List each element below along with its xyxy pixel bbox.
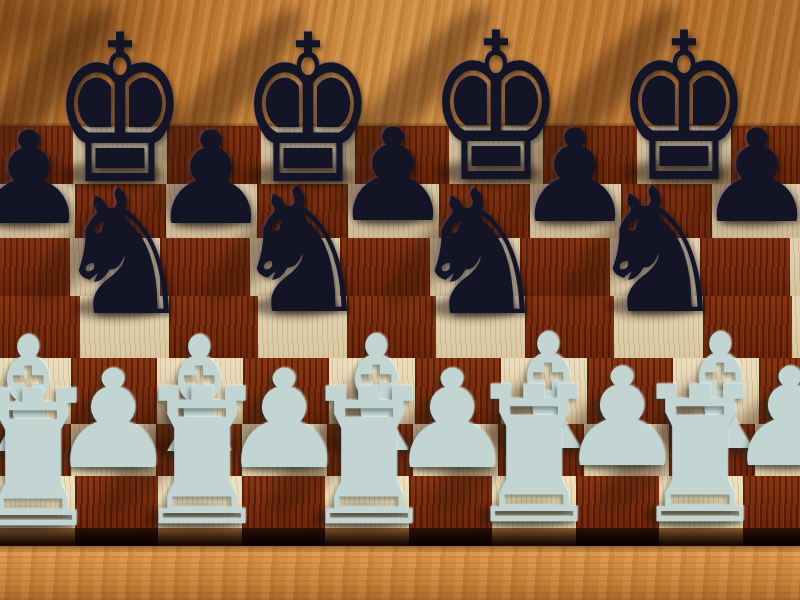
- white-rook-a1[interactable]: ♜: [0, 366, 102, 554]
- white-rook-i1[interactable]: ♜: [631, 362, 769, 550]
- white-rook-e1[interactable]: ♜: [300, 364, 438, 552]
- white-rook-g1[interactable]: ♜: [465, 362, 603, 550]
- chess-wallpaper-scene: ♚♚♚♚♟♟♟♟♟♞♞♞♞♝♝♝♝♝♟♟♟♟♟♜♜♜♜♜: [0, 0, 800, 600]
- white-rook-c1[interactable]: ♜: [133, 364, 271, 552]
